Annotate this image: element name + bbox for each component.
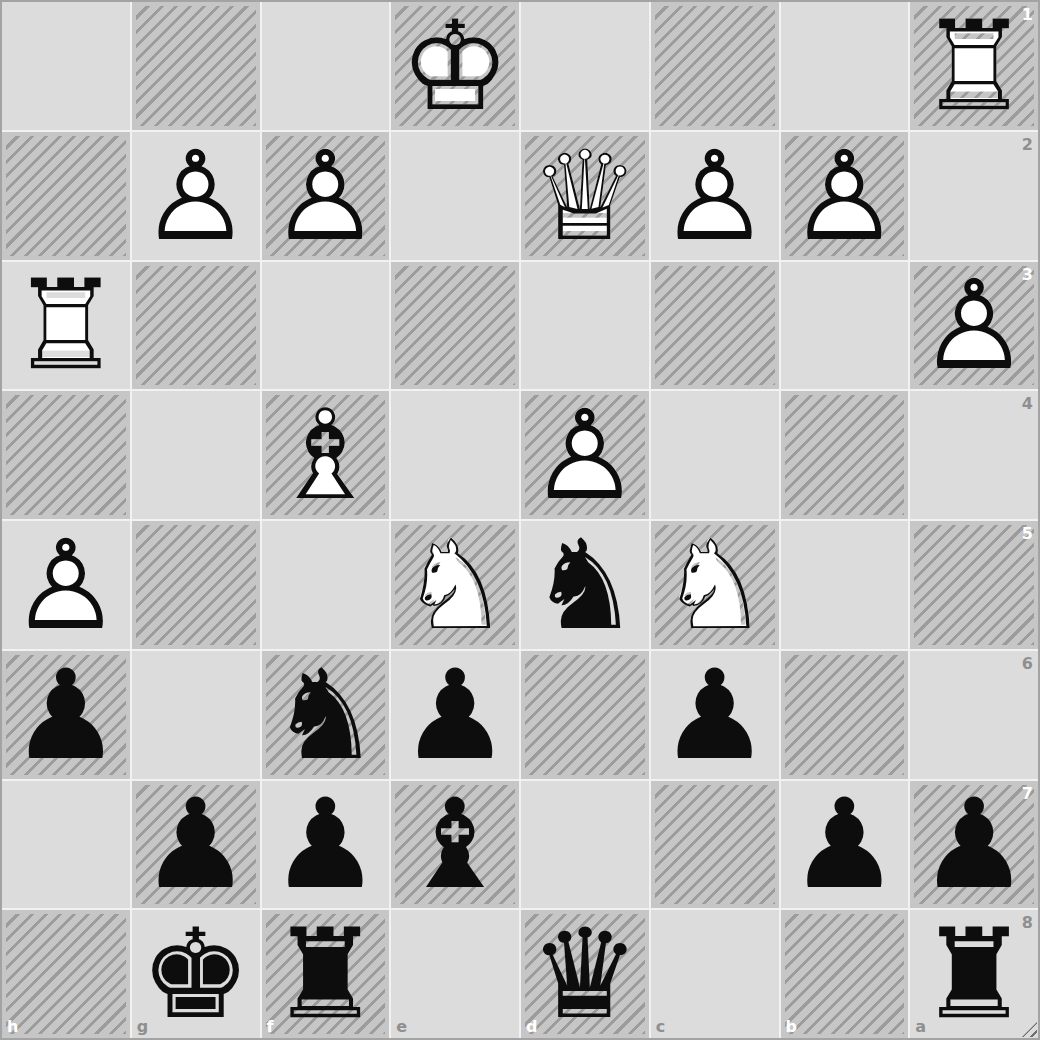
square-h5[interactable]: ♟♙ (2, 521, 130, 649)
rank-label-6: 6 (1022, 654, 1033, 673)
black-king-icon: ♚ (132, 910, 260, 1038)
square-f2[interactable]: ♟♙ (262, 132, 390, 260)
black-rook-icon: ♜ (910, 910, 1038, 1038)
white-queen-icon: ♛♕ (521, 132, 649, 260)
square-g1[interactable] (132, 2, 260, 130)
square-g8[interactable]: g♚ (132, 910, 260, 1038)
file-label-d: d (526, 1017, 537, 1036)
square-h7[interactable] (2, 781, 130, 909)
piece-fill: ♞ (400, 523, 511, 647)
black-bishop-icon: ♝ (391, 781, 519, 909)
square-a8[interactable]: 8a♜ (910, 910, 1038, 1038)
white-knight-icon: ♞♘ (651, 521, 779, 649)
piece-fill: ♟ (10, 523, 121, 647)
piece-outline: ♙ (270, 134, 381, 258)
piece-fill: ♟ (270, 134, 381, 258)
square-f7[interactable]: ♟ (262, 781, 390, 909)
square-a4[interactable]: 4 (910, 391, 1038, 519)
rank-label-4: 4 (1022, 394, 1033, 413)
square-c5[interactable]: ♞♘ (651, 521, 779, 649)
piece-glyph: ♟ (919, 782, 1030, 906)
square-a3[interactable]: 3♟♙ (910, 262, 1038, 390)
square-d1[interactable] (521, 2, 649, 130)
piece-glyph: ♟ (270, 782, 381, 906)
square-g5[interactable] (132, 521, 260, 649)
square-h3[interactable]: ♜♖ (2, 262, 130, 390)
piece-outline: ♔ (400, 4, 511, 128)
black-pawn-icon: ♟ (391, 651, 519, 779)
square-c7[interactable] (651, 781, 779, 909)
file-label-h: h (7, 1017, 18, 1036)
piece-outline: ♙ (789, 134, 900, 258)
square-g3[interactable] (132, 262, 260, 390)
rank-label-3: 3 (1022, 265, 1033, 284)
rank-label-2: 2 (1022, 135, 1033, 154)
square-d2[interactable]: ♛♕ (521, 132, 649, 260)
piece-glyph: ♟ (400, 653, 511, 777)
square-c2[interactable]: ♟♙ (651, 132, 779, 260)
rank-label-5: 5 (1022, 524, 1033, 543)
piece-fill: ♟ (529, 393, 640, 517)
file-label-c: c (656, 1017, 665, 1036)
square-e8[interactable]: e (391, 910, 519, 1038)
black-pawn-icon: ♟ (651, 651, 779, 779)
piece-glyph: ♞ (270, 653, 381, 777)
rank-label-8: 8 (1022, 913, 1033, 932)
square-e7[interactable]: ♝ (391, 781, 519, 909)
piece-outline: ♙ (529, 393, 640, 517)
white-rook-icon: ♜♖ (910, 2, 1038, 130)
piece-fill: ♜ (919, 4, 1030, 128)
piece-glyph: ♟ (10, 653, 121, 777)
square-g2[interactable]: ♟♙ (132, 132, 260, 260)
piece-fill: ♜ (10, 263, 121, 387)
piece-glyph: ♟ (789, 782, 900, 906)
square-e5[interactable]: ♞♘ (391, 521, 519, 649)
piece-fill: ♟ (919, 263, 1030, 387)
white-rook-icon: ♜♖ (2, 262, 130, 390)
square-f5[interactable] (262, 521, 390, 649)
piece-outline: ♙ (919, 263, 1030, 387)
square-h4[interactable] (2, 391, 130, 519)
square-b3[interactable] (781, 262, 909, 390)
white-pawn-icon: ♟♙ (910, 262, 1038, 390)
white-pawn-icon: ♟♙ (2, 521, 130, 649)
square-b7[interactable]: ♟ (781, 781, 909, 909)
square-a7[interactable]: 7♟ (910, 781, 1038, 909)
piece-glyph: ♟ (659, 653, 770, 777)
piece-glyph: ♜ (919, 912, 1030, 1036)
square-f4[interactable]: ♝♗ (262, 391, 390, 519)
square-c1[interactable] (651, 2, 779, 130)
black-queen-icon: ♛ (521, 910, 649, 1038)
square-g4[interactable] (132, 391, 260, 519)
file-label-a: a (915, 1017, 926, 1036)
piece-fill: ♟ (659, 134, 770, 258)
piece-outline: ♙ (10, 523, 121, 647)
black-knight-icon: ♞ (521, 521, 649, 649)
piece-glyph: ♜ (270, 912, 381, 1036)
square-b8[interactable]: b (781, 910, 909, 1038)
square-b4[interactable] (781, 391, 909, 519)
square-c6[interactable]: ♟ (651, 651, 779, 779)
white-pawn-icon: ♟♙ (262, 132, 390, 260)
piece-outline: ♕ (529, 134, 640, 258)
square-b6[interactable] (781, 651, 909, 779)
black-rook-icon: ♜ (262, 910, 390, 1038)
square-f3[interactable] (262, 262, 390, 390)
square-f6[interactable]: ♞ (262, 651, 390, 779)
piece-fill: ♞ (659, 523, 770, 647)
piece-fill: ♛ (529, 134, 640, 258)
black-pawn-icon: ♟ (910, 781, 1038, 909)
black-knight-icon: ♞ (262, 651, 390, 779)
piece-glyph: ♚ (140, 912, 251, 1036)
piece-glyph: ♛ (529, 912, 640, 1036)
piece-outline: ♘ (400, 523, 511, 647)
square-c3[interactable] (651, 262, 779, 390)
black-pawn-icon: ♟ (781, 781, 909, 909)
piece-outline: ♗ (270, 393, 381, 517)
rank-label-1: 1 (1022, 5, 1033, 24)
square-a6[interactable]: 6 (910, 651, 1038, 779)
piece-glyph: ♝ (400, 782, 511, 906)
square-h2[interactable] (2, 132, 130, 260)
white-pawn-icon: ♟♙ (651, 132, 779, 260)
white-pawn-icon: ♟♙ (132, 132, 260, 260)
square-a5[interactable]: 5 (910, 521, 1038, 649)
black-pawn-icon: ♟ (2, 651, 130, 779)
square-b2[interactable]: ♟♙ (781, 132, 909, 260)
black-pawn-icon: ♟ (132, 781, 260, 909)
square-d6[interactable] (521, 651, 649, 779)
piece-fill: ♟ (789, 134, 900, 258)
square-a2[interactable]: 2 (910, 132, 1038, 260)
file-label-g: g (137, 1017, 148, 1036)
square-h6[interactable]: ♟ (2, 651, 130, 779)
square-d8[interactable]: d♛ (521, 910, 649, 1038)
piece-outline: ♙ (659, 134, 770, 258)
square-e1[interactable]: ♚♔ (391, 2, 519, 130)
piece-outline: ♙ (140, 134, 251, 258)
piece-glyph: ♟ (140, 782, 251, 906)
square-d5[interactable]: ♞ (521, 521, 649, 649)
square-h1[interactable] (2, 2, 130, 130)
square-c8[interactable]: c (651, 910, 779, 1038)
square-b5[interactable] (781, 521, 909, 649)
square-f1[interactable] (262, 2, 390, 130)
square-h8[interactable]: h (2, 910, 130, 1038)
file-label-e: e (396, 1017, 407, 1036)
square-a1[interactable]: 1♜♖ (910, 2, 1038, 130)
white-bishop-icon: ♝♗ (262, 391, 390, 519)
piece-fill: ♚ (400, 4, 511, 128)
square-b1[interactable] (781, 2, 909, 130)
square-d7[interactable] (521, 781, 649, 909)
chess-board: ♚♔1♜♖♟♙♟♙♛♕♟♙♟♙2♜♖3♟♙♝♗♟♙4♟♙♞♘♞♞♘5♟♞♟♟6♟… (0, 0, 1040, 1040)
white-king-icon: ♚♔ (391, 2, 519, 130)
white-pawn-icon: ♟♙ (781, 132, 909, 260)
piece-outline: ♖ (919, 4, 1030, 128)
piece-outline: ♘ (659, 523, 770, 647)
square-d4[interactable]: ♟♙ (521, 391, 649, 519)
white-pawn-icon: ♟♙ (521, 391, 649, 519)
piece-fill: ♟ (140, 134, 251, 258)
piece-glyph: ♞ (529, 523, 640, 647)
square-g6[interactable] (132, 651, 260, 779)
square-e2[interactable] (391, 132, 519, 260)
piece-outline: ♖ (10, 263, 121, 387)
piece-fill: ♝ (270, 393, 381, 517)
square-g7[interactable]: ♟ (132, 781, 260, 909)
square-e3[interactable] (391, 262, 519, 390)
square-c4[interactable] (651, 391, 779, 519)
square-d3[interactable] (521, 262, 649, 390)
file-label-f: f (267, 1017, 274, 1036)
chess-app-window: ♚♔1♜♖♟♙♟♙♛♕♟♙♟♙2♜♖3♟♙♝♗♟♙4♟♙♞♘♞♞♘5♟♞♟♟6♟… (0, 0, 1040, 1040)
square-e6[interactable]: ♟ (391, 651, 519, 779)
black-pawn-icon: ♟ (262, 781, 390, 909)
square-f8[interactable]: f♜ (262, 910, 390, 1038)
rank-label-7: 7 (1022, 784, 1033, 803)
square-e4[interactable] (391, 391, 519, 519)
file-label-b: b (786, 1017, 797, 1036)
white-knight-icon: ♞♘ (391, 521, 519, 649)
